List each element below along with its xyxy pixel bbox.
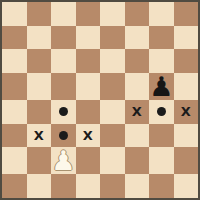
move-dot-marker[interactable] (59, 131, 68, 140)
square-c7[interactable] (51, 26, 76, 50)
square-c5[interactable] (51, 73, 76, 100)
square-a2[interactable] (2, 147, 27, 174)
square-d7[interactable] (76, 26, 101, 50)
square-d8[interactable] (76, 2, 101, 26)
square-g6[interactable] (149, 49, 174, 73)
square-g4[interactable] (149, 100, 174, 124)
square-b5[interactable] (27, 73, 52, 100)
square-c6[interactable] (51, 49, 76, 73)
square-g1[interactable] (149, 174, 174, 198)
square-h3[interactable] (174, 124, 199, 148)
square-b6[interactable] (27, 49, 52, 73)
square-e3[interactable] (100, 124, 125, 148)
square-c2[interactable]: ♟ (51, 147, 76, 174)
square-e6[interactable] (100, 49, 125, 73)
square-a4[interactable] (2, 100, 27, 124)
square-h1[interactable] (174, 174, 199, 198)
square-e7[interactable] (100, 26, 125, 50)
square-b7[interactable] (27, 26, 52, 50)
square-g2[interactable] (149, 147, 174, 174)
square-g8[interactable] (149, 2, 174, 26)
capture-x-marker[interactable]: X (34, 129, 44, 142)
square-b8[interactable] (27, 2, 52, 26)
square-a7[interactable] (2, 26, 27, 50)
square-d3[interactable]: X (76, 124, 101, 148)
square-d2[interactable] (76, 147, 101, 174)
square-c8[interactable] (51, 2, 76, 26)
square-f6[interactable] (125, 49, 150, 73)
square-a5[interactable] (2, 73, 27, 100)
square-g5[interactable]: ♟ (149, 73, 174, 100)
square-b2[interactable] (27, 147, 52, 174)
square-f2[interactable] (125, 147, 150, 174)
square-b3[interactable]: X (27, 124, 52, 148)
square-e5[interactable] (100, 73, 125, 100)
capture-x-marker[interactable]: X (181, 105, 191, 118)
chess-board: ♟XXXX♟ (0, 0, 200, 200)
move-dot-marker[interactable] (157, 107, 166, 116)
square-a3[interactable] (2, 124, 27, 148)
capture-x-marker[interactable]: X (132, 105, 142, 118)
square-f4[interactable]: X (125, 100, 150, 124)
square-b1[interactable] (27, 174, 52, 198)
square-h2[interactable] (174, 147, 199, 174)
square-c4[interactable] (51, 100, 76, 124)
square-e8[interactable] (100, 2, 125, 26)
square-h6[interactable] (174, 49, 199, 73)
square-d4[interactable] (76, 100, 101, 124)
move-dot-marker[interactable] (59, 107, 68, 116)
square-h4[interactable]: X (174, 100, 199, 124)
square-c1[interactable] (51, 174, 76, 198)
capture-x-marker[interactable]: X (83, 129, 93, 142)
square-f8[interactable] (125, 2, 150, 26)
square-d6[interactable] (76, 49, 101, 73)
square-h5[interactable] (174, 73, 199, 100)
square-a1[interactable] (2, 174, 27, 198)
square-a8[interactable] (2, 2, 27, 26)
square-f1[interactable] (125, 174, 150, 198)
square-e4[interactable] (100, 100, 125, 124)
square-h8[interactable] (174, 2, 199, 26)
square-c3[interactable] (51, 124, 76, 148)
black-pawn-icon[interactable]: ♟ (149, 73, 173, 100)
white-pawn-icon[interactable]: ♟ (51, 147, 75, 174)
square-d1[interactable] (76, 174, 101, 198)
square-e2[interactable] (100, 147, 125, 174)
square-f3[interactable] (125, 124, 150, 148)
square-b4[interactable] (27, 100, 52, 124)
square-h7[interactable] (174, 26, 199, 50)
square-g7[interactable] (149, 26, 174, 50)
square-d5[interactable] (76, 73, 101, 100)
square-e1[interactable] (100, 174, 125, 198)
square-a6[interactable] (2, 49, 27, 73)
square-f7[interactable] (125, 26, 150, 50)
square-g3[interactable] (149, 124, 174, 148)
square-f5[interactable] (125, 73, 150, 100)
